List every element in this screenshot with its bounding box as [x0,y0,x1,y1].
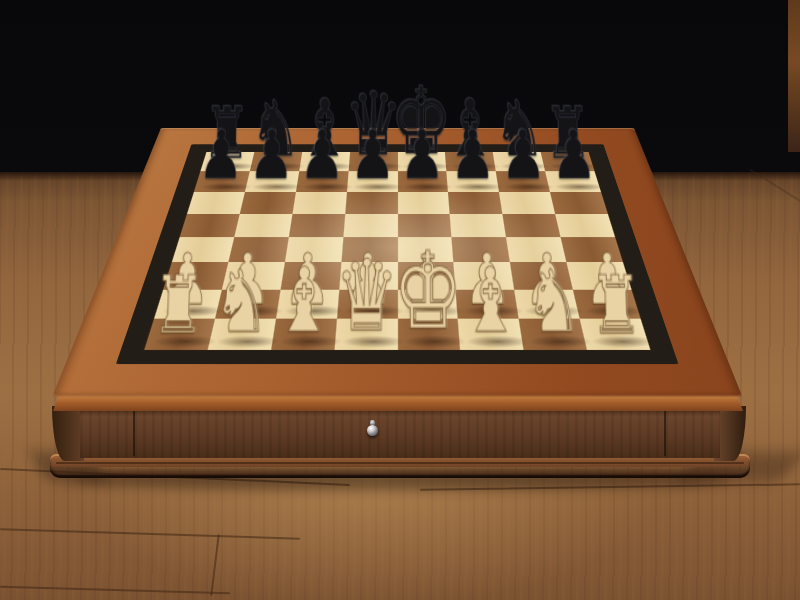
piece-glyph: ♟ [299,121,345,189]
square-f6[interactable] [448,192,502,214]
square-b5[interactable] [234,214,292,237]
square-b6[interactable] [240,192,296,214]
square-g5[interactable] [503,214,561,237]
piece-glyph: ♟ [349,121,394,189]
square-c6[interactable] [292,192,346,214]
piece-glyph: ♟ [400,121,445,189]
piece-glyph: ♜ [589,265,644,345]
square-d5[interactable] [343,214,397,237]
piece-glyph: ♚ [393,238,464,345]
piece-glyph: ♝ [462,256,521,345]
square-d6[interactable] [345,192,398,214]
square-a5[interactable] [180,214,240,237]
piece-glyph: ♞ [212,259,270,345]
photo-scene: ♜♞♝♛♚♝♞♜♟♟♟♟♟♟♟♟♟♟♟♟♟♟♟♟♜♞♝♛♚♝♞♜ [0,0,800,600]
piece-glyph: ♛ [334,247,398,345]
square-a6[interactable] [187,192,245,214]
piece-glyph: ♟ [197,121,244,189]
piece-glyph: ♟ [500,121,546,189]
piece-glyph: ♞ [525,259,583,345]
board-perspective-scene: ♜♞♝♛♚♝♞♜♟♟♟♟♟♟♟♟♟♟♟♟♟♟♟♟♜♞♝♛♚♝♞♜ [0,0,800,600]
square-g6[interactable] [499,192,555,214]
chess-board: ♜♞♝♛♚♝♞♜♟♟♟♟♟♟♟♟♟♟♟♟♟♟♟♟♜♞♝♛♚♝♞♜ [52,128,742,397]
square-c5[interactable] [289,214,345,237]
square-h5[interactable] [555,214,615,237]
piece-glyph: ♟ [248,121,294,189]
piece-glyph: ♝ [274,256,333,345]
square-h6[interactable] [550,192,608,214]
piece-glyph: ♜ [151,265,206,345]
square-e6[interactable] [397,192,450,214]
piece-glyph: ♟ [550,121,597,189]
piece-glyph: ♟ [450,121,496,189]
